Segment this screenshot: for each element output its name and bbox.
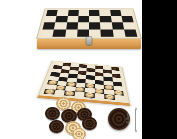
closed-board-square bbox=[124, 29, 138, 36]
checker-light bbox=[65, 91, 74, 96]
closed-board-grid bbox=[41, 10, 138, 37]
open-board-square bbox=[104, 94, 114, 100]
dimension-arrow-up-icon bbox=[135, 107, 137, 110]
dimension-arrow-down-icon bbox=[135, 130, 137, 133]
checker-light bbox=[105, 94, 114, 99]
closed-board-top bbox=[36, 8, 142, 39]
checker-light bbox=[85, 92, 93, 97]
closed-board-square bbox=[89, 22, 101, 29]
closed-board-square bbox=[77, 29, 89, 36]
open-board-square bbox=[94, 93, 104, 99]
closed-board-square bbox=[89, 29, 101, 36]
open-board-clasp-icon bbox=[90, 98, 93, 100]
open-board-square bbox=[74, 91, 85, 97]
open-board-grid bbox=[44, 62, 125, 101]
closed-board-square bbox=[77, 22, 89, 29]
open-board-surface bbox=[37, 60, 131, 106]
closed-board-square bbox=[53, 29, 66, 36]
product-photo: 2.9cm bbox=[0, 0, 177, 139]
closed-board-square bbox=[65, 29, 78, 36]
metal-clasp-icon bbox=[87, 37, 92, 45]
dimension-line bbox=[135, 109, 136, 131]
closed-board-square bbox=[54, 22, 67, 29]
closed-board-square bbox=[100, 22, 112, 29]
closed-board-square bbox=[66, 22, 78, 29]
dimension-marker: 2.9cm bbox=[127, 107, 139, 133]
pile-checker-dark bbox=[48, 119, 65, 134]
open-board bbox=[28, 41, 145, 111]
open-board-square bbox=[114, 95, 125, 101]
right-black-bar bbox=[142, 0, 177, 139]
closed-board-square bbox=[123, 22, 136, 29]
closed-board-square bbox=[101, 29, 114, 36]
dimension-label: 2.9cm bbox=[126, 113, 130, 124]
